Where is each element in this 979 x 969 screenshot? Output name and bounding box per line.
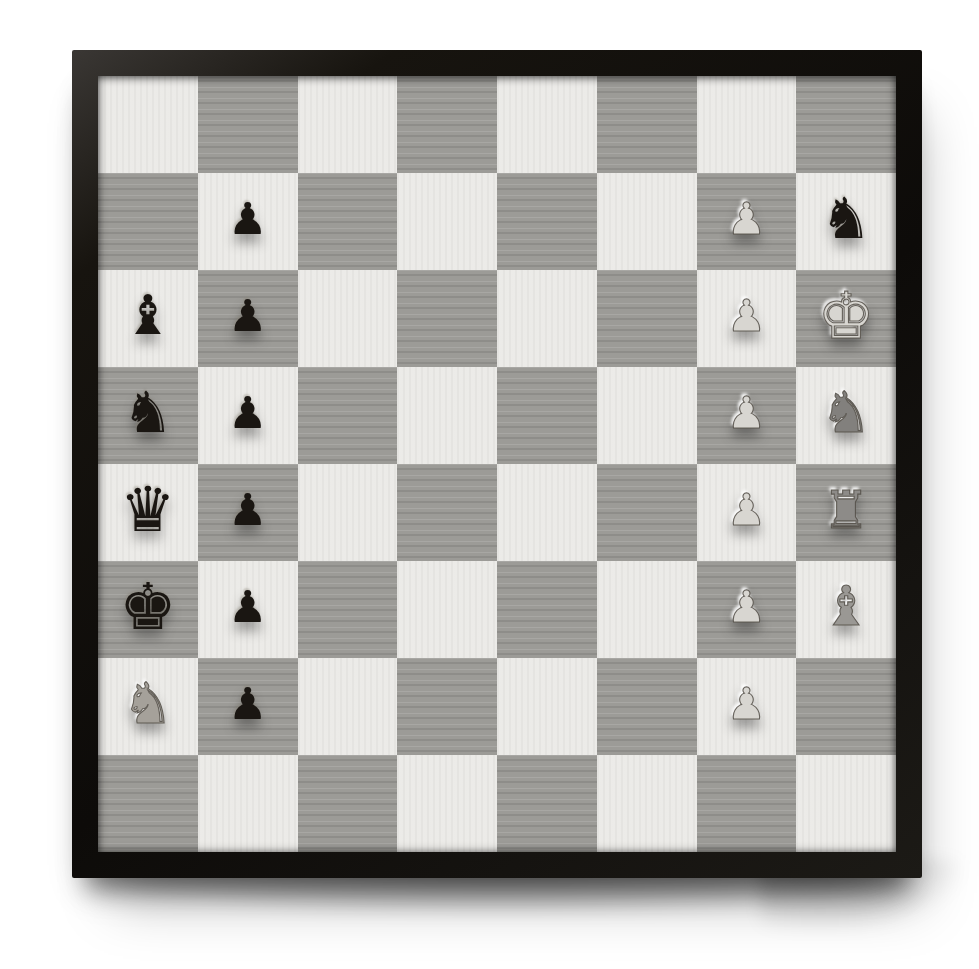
square-c4[interactable] — [298, 464, 398, 561]
white-pawn[interactable]: ♟ — [727, 585, 766, 629]
square-e8[interactable] — [497, 76, 597, 173]
square-f4[interactable] — [597, 464, 697, 561]
square-c6[interactable] — [298, 270, 398, 367]
square-f2[interactable] — [597, 658, 697, 755]
black-pawn[interactable]: ♟ — [228, 391, 267, 435]
square-a5[interactable]: ♞ — [98, 367, 198, 464]
black-pawn[interactable]: ♟ — [228, 682, 267, 726]
square-g5[interactable]: ♟ — [697, 367, 797, 464]
white-pawn[interactable]: ♟ — [727, 294, 766, 338]
square-d2[interactable] — [397, 658, 497, 755]
square-a2[interactable]: ♞ — [98, 658, 198, 755]
square-h8[interactable] — [796, 76, 896, 173]
square-f3[interactable] — [597, 561, 697, 658]
white-knight[interactable]: ♞ — [821, 384, 872, 441]
square-a7[interactable] — [98, 173, 198, 270]
white-pawn[interactable]: ♟ — [727, 488, 766, 532]
chess-board: ♟♟♞♝♟♟♚♞♟♟♞♛♟♟♜♚♟♟♝♞♟♟ — [98, 76, 896, 852]
square-f6[interactable] — [597, 270, 697, 367]
square-a6[interactable]: ♝ — [98, 270, 198, 367]
black-pawn[interactable]: ♟ — [228, 197, 267, 241]
square-h1[interactable] — [796, 755, 896, 852]
black-pawn[interactable]: ♟ — [228, 294, 267, 338]
square-b6[interactable]: ♟ — [198, 270, 298, 367]
square-b3[interactable]: ♟ — [198, 561, 298, 658]
square-d8[interactable] — [397, 76, 497, 173]
black-knight[interactable]: ♞ — [122, 384, 173, 441]
square-e4[interactable] — [497, 464, 597, 561]
black-bishop[interactable]: ♝ — [123, 288, 172, 343]
square-c2[interactable] — [298, 658, 398, 755]
square-h2[interactable] — [796, 658, 896, 755]
white-pawn[interactable]: ♟ — [727, 391, 766, 435]
white-pawn[interactable]: ♟ — [727, 197, 766, 241]
square-e2[interactable] — [497, 658, 597, 755]
square-e6[interactable] — [497, 270, 597, 367]
white-knight[interactable]: ♞ — [122, 675, 173, 732]
square-d3[interactable] — [397, 561, 497, 658]
white-king[interactable]: ♚ — [817, 284, 874, 348]
square-b7[interactable]: ♟ — [198, 173, 298, 270]
square-f5[interactable] — [597, 367, 697, 464]
square-g6[interactable]: ♟ — [697, 270, 797, 367]
square-f1[interactable] — [597, 755, 697, 852]
square-b8[interactable] — [198, 76, 298, 173]
square-h4[interactable]: ♜ — [796, 464, 896, 561]
square-g4[interactable]: ♟ — [697, 464, 797, 561]
square-e5[interactable] — [497, 367, 597, 464]
square-a8[interactable] — [98, 76, 198, 173]
square-c3[interactable] — [298, 561, 398, 658]
square-d1[interactable] — [397, 755, 497, 852]
black-pawn[interactable]: ♟ — [228, 488, 267, 532]
square-c5[interactable] — [298, 367, 398, 464]
square-c8[interactable] — [298, 76, 398, 173]
square-h3[interactable]: ♝ — [796, 561, 896, 658]
white-pawn[interactable]: ♟ — [727, 682, 766, 726]
square-b4[interactable]: ♟ — [198, 464, 298, 561]
black-queen[interactable]: ♛ — [120, 479, 176, 541]
square-a4[interactable]: ♛ — [98, 464, 198, 561]
square-g2[interactable]: ♟ — [697, 658, 797, 755]
square-e7[interactable] — [497, 173, 597, 270]
square-d7[interactable] — [397, 173, 497, 270]
square-d6[interactable] — [397, 270, 497, 367]
black-king[interactable]: ♚ — [119, 575, 176, 639]
square-h7[interactable]: ♞ — [796, 173, 896, 270]
square-g3[interactable]: ♟ — [697, 561, 797, 658]
square-c7[interactable] — [298, 173, 398, 270]
black-knight[interactable]: ♞ — [821, 190, 872, 247]
square-a3[interactable]: ♚ — [98, 561, 198, 658]
white-rook[interactable]: ♜ — [823, 484, 870, 536]
square-d4[interactable] — [397, 464, 497, 561]
square-g1[interactable] — [697, 755, 797, 852]
chess-board-frame: ♟♟♞♝♟♟♚♞♟♟♞♛♟♟♜♚♟♟♝♞♟♟ — [72, 50, 922, 878]
square-e3[interactable] — [497, 561, 597, 658]
square-c1[interactable] — [298, 755, 398, 852]
square-d5[interactable] — [397, 367, 497, 464]
square-h6[interactable]: ♚ — [796, 270, 896, 367]
square-g8[interactable] — [697, 76, 797, 173]
square-g7[interactable]: ♟ — [697, 173, 797, 270]
square-b5[interactable]: ♟ — [198, 367, 298, 464]
square-e1[interactable] — [497, 755, 597, 852]
square-b1[interactable] — [198, 755, 298, 852]
square-a1[interactable] — [98, 755, 198, 852]
square-h5[interactable]: ♞ — [796, 367, 896, 464]
square-f8[interactable] — [597, 76, 697, 173]
white-bishop[interactable]: ♝ — [821, 579, 870, 634]
square-b2[interactable]: ♟ — [198, 658, 298, 755]
square-f7[interactable] — [597, 173, 697, 270]
black-pawn[interactable]: ♟ — [228, 585, 267, 629]
